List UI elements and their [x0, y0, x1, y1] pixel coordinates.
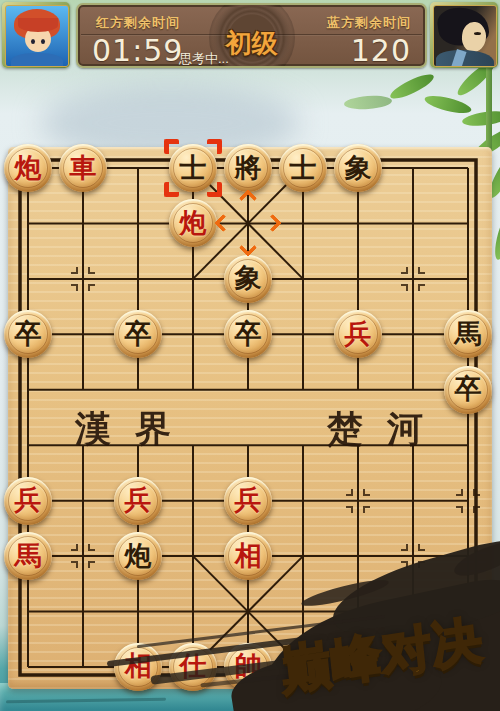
piece-black-卒[interactable]: 卒	[4, 310, 52, 358]
portrait-eye	[31, 39, 35, 44]
blue-time-value: 120	[351, 33, 411, 68]
level-badge: 初级	[202, 26, 302, 61]
portrait-bangs	[18, 18, 58, 32]
piece-black-將[interactable]: 將	[224, 144, 272, 192]
point-marker	[71, 544, 95, 568]
bamboo-leaf-icon	[492, 212, 500, 262]
piece-black-象[interactable]: 象	[224, 255, 272, 303]
piece-red-馬[interactable]: 馬	[4, 532, 52, 580]
portrait-body	[11, 53, 63, 67]
piece-red-車[interactable]: 車	[59, 144, 107, 192]
point-marker	[346, 489, 370, 513]
piece-black-馬[interactable]: 馬	[444, 310, 492, 358]
piece-black-炮[interactable]: 炮	[114, 532, 162, 580]
red-time-value: 01:59	[92, 33, 183, 68]
piece-black-士[interactable]: 士	[279, 144, 327, 192]
red-time-label: 红方剩余时间	[96, 14, 180, 32]
river-label-chuhe: 楚河	[327, 405, 447, 454]
point-marker	[401, 544, 425, 568]
red-player-portrait	[5, 5, 69, 67]
selection-bracket	[164, 139, 222, 197]
red-player-avatar[interactable]	[2, 2, 70, 68]
piece-red-兵[interactable]: 兵	[224, 477, 272, 525]
piece-red-仕[interactable]: 仕	[169, 643, 217, 691]
blue-time-label: 蓝方剩余时间	[327, 14, 411, 32]
header: 红方剩余时间 蓝方剩余时间 01:59 思考中... 120 初级	[0, 0, 500, 70]
river-label-hanjie: 漢界	[75, 405, 195, 454]
bamboo-leaf-icon	[344, 94, 393, 110]
piece-red-相[interactable]: 相	[224, 532, 272, 580]
point-marker	[71, 267, 95, 291]
xiangqi-board[interactable]: 漢界 楚河 炮車士將士象炮象卒卒卒兵馬卒兵兵兵馬炮相相仕帥馬卒	[8, 147, 492, 689]
piece-black-卒[interactable]: 卒	[114, 310, 162, 358]
piece-red-兵[interactable]: 兵	[114, 477, 162, 525]
header-panel: 红方剩余时间 蓝方剩余时间 01:59 思考中... 120 初级	[76, 3, 427, 68]
piece-red-帥[interactable]: 帥	[224, 643, 272, 691]
piece-black-卒[interactable]: 卒	[224, 310, 272, 358]
piece-red-兵[interactable]: 兵	[4, 477, 52, 525]
piece-red-相[interactable]: 相	[114, 643, 162, 691]
piece-black-象[interactable]: 象	[334, 144, 382, 192]
piece-black-卒[interactable]: 卒	[444, 366, 492, 414]
blue-player-avatar[interactable]	[430, 2, 498, 68]
point-marker	[401, 267, 425, 291]
game-screen: 红方剩余时间 蓝方剩余时间 01:59 思考中... 120 初级	[0, 0, 500, 711]
portrait-eye	[41, 39, 45, 44]
bamboo-leaf-icon	[423, 92, 473, 116]
piece-red-兵[interactable]: 兵	[334, 310, 382, 358]
portrait-eye	[474, 32, 481, 35]
piece-red-炮[interactable]: 炮	[4, 144, 52, 192]
blue-player-portrait	[433, 5, 497, 67]
point-marker	[456, 489, 480, 513]
